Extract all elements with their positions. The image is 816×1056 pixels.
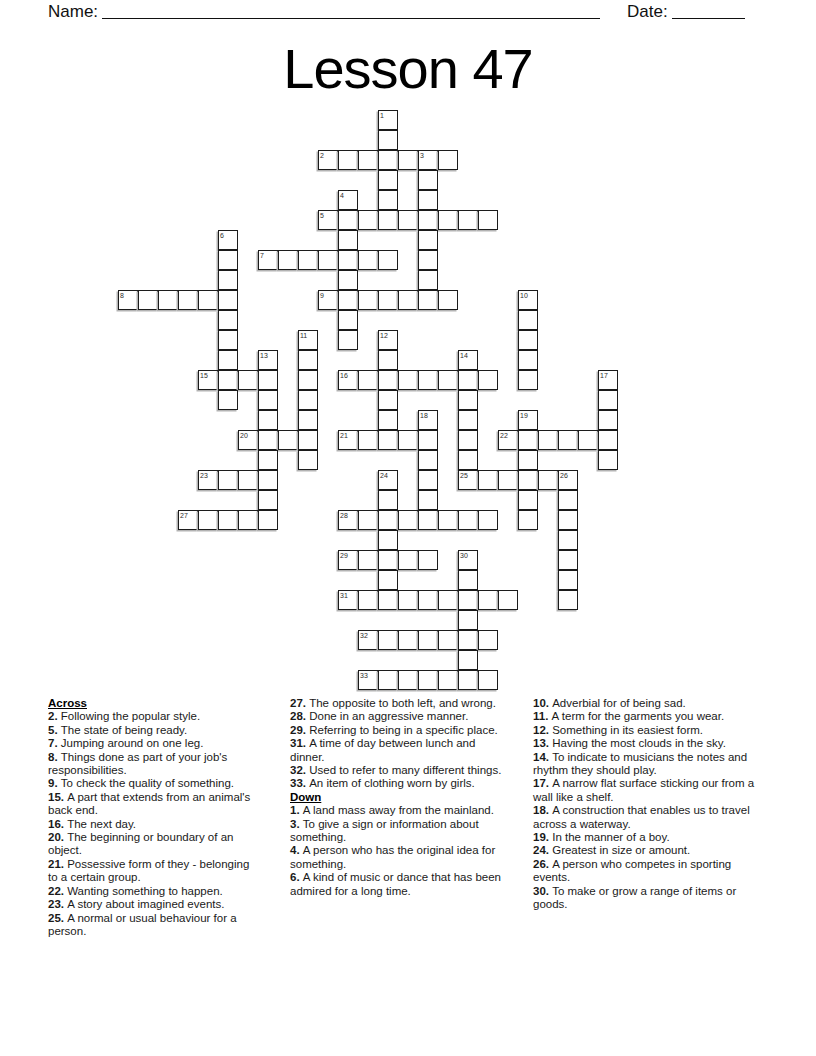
- grid-cell-r20c7[interactable]: [258, 510, 278, 530]
- grid-cell-r14c9[interactable]: [298, 390, 318, 410]
- across-clue-20: 20. The beginning or boundary of an obje…: [48, 831, 262, 858]
- grid-cell-r7c5[interactable]: [218, 250, 238, 270]
- grid-cell-r27c17[interactable]: [458, 650, 478, 670]
- grid-cell-r19c13[interactable]: [378, 490, 398, 510]
- across-clue-28: 28. Done in an aggressive manner.: [290, 710, 504, 723]
- grid-cell-r16c13[interactable]: [378, 430, 398, 450]
- across-clue-25: 25. A normal or usual behaviour for a pe…: [48, 912, 262, 939]
- grid-cell-r3c15[interactable]: [418, 170, 438, 190]
- grid-cell-r25c17[interactable]: [458, 610, 478, 630]
- across-clue-2: 2. Following the popular style.: [48, 710, 262, 723]
- grid-cell-r22c15[interactable]: [418, 550, 438, 570]
- grid-cell-r5c11[interactable]: [338, 210, 358, 230]
- date-label: Date:: [627, 2, 668, 22]
- grid-cell-r28c17[interactable]: [458, 670, 478, 690]
- grid-cell-r13c18[interactable]: [478, 370, 498, 390]
- across-clue-21: 21. Possessive form of they - belonging …: [48, 858, 262, 885]
- page-title: Lesson 47: [0, 36, 816, 101]
- grid-cell-r15c7[interactable]: [258, 410, 278, 430]
- grid-cell-r2c10[interactable]: [318, 150, 338, 170]
- grid-cell-r14c7[interactable]: [258, 390, 278, 410]
- grid-cell-r6c11[interactable]: [338, 230, 358, 250]
- down-clue-24: 24. Greatest in size or amount.: [533, 844, 765, 857]
- across-clue-29: 29. Referring to being in a specific pla…: [290, 724, 504, 737]
- grid-cell-r12c20[interactable]: [518, 350, 538, 370]
- grid-cell-r24c14[interactable]: [398, 590, 418, 610]
- grid-cell-r17c20[interactable]: [518, 450, 538, 470]
- grid-cell-r20c12[interactable]: [358, 510, 378, 530]
- grid-cell-r4c11[interactable]: [338, 190, 358, 210]
- grid-cell-r7c13[interactable]: [378, 250, 398, 270]
- grid-cell-r5c14[interactable]: [398, 210, 418, 230]
- grid-cell-r12c5[interactable]: [218, 350, 238, 370]
- grid-cell-r18c18[interactable]: [478, 470, 498, 490]
- grid-cell-r5c10[interactable]: [318, 210, 338, 230]
- grid-cell-r14c5[interactable]: [218, 390, 238, 410]
- clue-column-2: 27. The opposite to both left, and wrong…: [290, 697, 504, 898]
- grid-cell-r15c20[interactable]: [518, 410, 538, 430]
- grid-cell-r0c13[interactable]: [378, 110, 398, 130]
- grid-cell-r9c10[interactable]: [318, 290, 338, 310]
- grid-cell-r13c5[interactable]: [218, 370, 238, 390]
- across-clue-31: 31. A time of day between lunch and dinn…: [290, 737, 504, 764]
- grid-cell-r13c6[interactable]: [238, 370, 258, 390]
- grid-cell-r20c4[interactable]: [198, 510, 218, 530]
- grid-cell-r9c4[interactable]: [198, 290, 218, 310]
- grid-cell-r24c17[interactable]: [458, 590, 478, 610]
- grid-cell-r13c9[interactable]: [298, 370, 318, 390]
- down-clue-14: 14. To indicate to musicians the notes a…: [533, 751, 765, 778]
- grid-cell-r7c7[interactable]: [258, 250, 278, 270]
- grid-cell-r21c22[interactable]: [558, 530, 578, 550]
- grid-cell-r18c7[interactable]: [258, 470, 278, 490]
- grid-cell-r16c11[interactable]: [338, 430, 358, 450]
- grid-cell-r15c24[interactable]: [598, 410, 618, 430]
- grid-cell-r9c1[interactable]: [138, 290, 158, 310]
- grid-cell-r16c23[interactable]: [578, 430, 598, 450]
- grid-cell-r17c17[interactable]: [458, 450, 478, 470]
- down-clue-13: 13. Having the most clouds in the sky.: [533, 737, 765, 750]
- grid-cell-r22c13[interactable]: [378, 550, 398, 570]
- grid-cell-r24c15[interactable]: [418, 590, 438, 610]
- grid-cell-r5c13[interactable]: [378, 210, 398, 230]
- down-clue-12: 12. Something in its easiest form.: [533, 724, 765, 737]
- grid-cell-r20c14[interactable]: [398, 510, 418, 530]
- grid-cell-r8c11[interactable]: [338, 270, 358, 290]
- across-clue-33: 33. An item of clothing worn by girls.: [290, 777, 504, 790]
- grid-cell-r14c17[interactable]: [458, 390, 478, 410]
- grid-cell-r13c14[interactable]: [398, 370, 418, 390]
- grid-cell-r14c24[interactable]: [598, 390, 618, 410]
- grid-cell-r16c24[interactable]: [598, 430, 618, 450]
- grid-cell-r18c15[interactable]: [418, 470, 438, 490]
- grid-cell-r3c13[interactable]: [378, 170, 398, 190]
- grid-cell-r7c10[interactable]: [318, 250, 338, 270]
- grid-cell-r15c13[interactable]: [378, 410, 398, 430]
- grid-cell-r18c19[interactable]: [498, 470, 518, 490]
- grid-cell-r19c7[interactable]: [258, 490, 278, 510]
- grid-cell-r9c11[interactable]: [338, 290, 358, 310]
- grid-cell-r14c13[interactable]: [378, 390, 398, 410]
- grid-cell-r16c15[interactable]: [418, 430, 438, 450]
- grid-cell-r24c13[interactable]: [378, 590, 398, 610]
- grid-cell-r18c22[interactable]: [558, 470, 578, 490]
- grid-cell-r5c12[interactable]: [358, 210, 378, 230]
- grid-cell-r2c14[interactable]: [398, 150, 418, 170]
- grid-cell-r2c11[interactable]: [338, 150, 358, 170]
- grid-cell-r2c15[interactable]: [418, 150, 438, 170]
- clue-column-3: 10. Adverbial for of being sad.11. A ter…: [533, 697, 765, 912]
- grid-cell-r12c9[interactable]: [298, 350, 318, 370]
- grid-cell-r1c13[interactable]: [378, 130, 398, 150]
- grid-cell-r7c11[interactable]: [338, 250, 358, 270]
- grid-cell-r9c16[interactable]: [438, 290, 458, 310]
- grid-cell-r13c11[interactable]: [338, 370, 358, 390]
- grid-cell-r21c13[interactable]: [378, 530, 398, 550]
- grid-cell-r13c7[interactable]: [258, 370, 278, 390]
- grid-cell-r17c24[interactable]: [598, 450, 618, 470]
- grid-cell-r9c14[interactable]: [398, 290, 418, 310]
- grid-cell-r9c3[interactable]: [178, 290, 198, 310]
- grid-cell-r16c21[interactable]: [538, 430, 558, 450]
- grid-cell-r18c21[interactable]: [538, 470, 558, 490]
- grid-cell-r22c11[interactable]: [338, 550, 358, 570]
- grid-cell-r19c22[interactable]: [558, 490, 578, 510]
- grid-cell-r23c13[interactable]: [378, 570, 398, 590]
- grid-cell-r13c12[interactable]: [358, 370, 378, 390]
- grid-cell-r28c15[interactable]: [418, 670, 438, 690]
- grid-cell-r16c19[interactable]: [498, 430, 518, 450]
- down-clue-3: 3. To give a sign or information about s…: [290, 818, 504, 845]
- grid-cell-r2c16[interactable]: [438, 150, 458, 170]
- grid-cell-r24c16[interactable]: [438, 590, 458, 610]
- grid-cell-r26c15[interactable]: [418, 630, 438, 650]
- grid-cell-r23c22[interactable]: [558, 570, 578, 590]
- grid-cell-r18c6[interactable]: [238, 470, 258, 490]
- name-label: Name:: [48, 2, 98, 22]
- grid-cell-r28c16[interactable]: [438, 670, 458, 690]
- grid-cell-r20c15[interactable]: [418, 510, 438, 530]
- grid-cell-r16c17[interactable]: [458, 430, 478, 450]
- grid-cell-r7c9[interactable]: [298, 250, 318, 270]
- down-clue-18: 18. A construction that enables us to tr…: [533, 804, 765, 831]
- down-clue-1: 1. A land mass away from the mainland.: [290, 804, 504, 817]
- grid-cell-r6c5[interactable]: [218, 230, 238, 250]
- clue-column-1: Across2. Following the popular style.5. …: [48, 697, 262, 938]
- grid-cell-r26c17[interactable]: [458, 630, 478, 650]
- grid-cell-r18c20[interactable]: [518, 470, 538, 490]
- grid-cell-r11c11[interactable]: [338, 330, 358, 350]
- grid-cell-r28c14[interactable]: [398, 670, 418, 690]
- grid-cell-r24c11[interactable]: [338, 590, 358, 610]
- grid-cell-r22c14[interactable]: [398, 550, 418, 570]
- grid-cell-r11c9[interactable]: [298, 330, 318, 350]
- grid-cell-r15c9[interactable]: [298, 410, 318, 430]
- crossword-grid: 1234567891011121314151617181920212223242…: [118, 110, 618, 690]
- grid-cell-r24c19[interactable]: [498, 590, 518, 610]
- across-clue-23: 23. A story about imagined events.: [48, 898, 262, 911]
- grid-cell-r17c9[interactable]: [298, 450, 318, 470]
- down-clue-26: 26. A person who competes in sporting ev…: [533, 858, 765, 885]
- grid-cell-r6c15[interactable]: [418, 230, 438, 250]
- grid-cell-r20c20[interactable]: [518, 510, 538, 530]
- grid-cell-r22c17[interactable]: [458, 550, 478, 570]
- grid-cell-r16c6[interactable]: [238, 430, 258, 450]
- grid-cell-r20c11[interactable]: [338, 510, 358, 530]
- grid-cell-r7c15[interactable]: [418, 250, 438, 270]
- grid-cell-r4c13[interactable]: [378, 190, 398, 210]
- grid-cell-r18c17[interactable]: [458, 470, 478, 490]
- grid-cell-r24c22[interactable]: [558, 590, 578, 610]
- grid-cell-r20c16[interactable]: [438, 510, 458, 530]
- grid-cell-r20c13[interactable]: [378, 510, 398, 530]
- across-clue-32: 32. Used to refer to many different thin…: [290, 764, 504, 777]
- grid-cell-r13c20[interactable]: [518, 370, 538, 390]
- grid-cell-r22c22[interactable]: [558, 550, 578, 570]
- grid-cell-r5c18[interactable]: [478, 210, 498, 230]
- grid-cell-r11c20[interactable]: [518, 330, 538, 350]
- across-clue-7: 7. Jumping around on one leg.: [48, 737, 262, 750]
- down-clue-4: 4. A person who has the original idea fo…: [290, 844, 504, 871]
- down-section-header: Down: [290, 791, 504, 804]
- grid-cell-r7c8[interactable]: [278, 250, 298, 270]
- grid-cell-r17c7[interactable]: [258, 450, 278, 470]
- across-clue-5: 5. The state of being ready.: [48, 724, 262, 737]
- grid-cell-r16c9[interactable]: [298, 430, 318, 450]
- down-clue-19: 19. In the manner of a boy.: [533, 831, 765, 844]
- grid-cell-r13c16[interactable]: [438, 370, 458, 390]
- grid-cell-r16c20[interactable]: [518, 430, 538, 450]
- grid-cell-r23c17[interactable]: [458, 570, 478, 590]
- grid-cell-r13c15[interactable]: [418, 370, 438, 390]
- grid-cell-r26c12[interactable]: [358, 630, 378, 650]
- grid-cell-r28c12[interactable]: [358, 670, 378, 690]
- grid-cell-r7c12[interactable]: [358, 250, 378, 270]
- grid-cell-r5c15[interactable]: [418, 210, 438, 230]
- grid-cell-r20c5[interactable]: [218, 510, 238, 530]
- grid-cell-r26c18[interactable]: [478, 630, 498, 650]
- grid-cell-r4c15[interactable]: [418, 190, 438, 210]
- grid-cell-r18c4[interactable]: [198, 470, 218, 490]
- grid-cell-r20c18[interactable]: [478, 510, 498, 530]
- across-clue-16: 16. The next day.: [48, 818, 262, 831]
- grid-cell-r2c13[interactable]: [378, 150, 398, 170]
- grid-cell-r26c16[interactable]: [438, 630, 458, 650]
- grid-cell-r13c17[interactable]: [458, 370, 478, 390]
- grid-cell-r12c13[interactable]: [378, 350, 398, 370]
- grid-cell-r19c20[interactable]: [518, 490, 538, 510]
- grid-cell-r20c6[interactable]: [238, 510, 258, 530]
- grid-cell-r9c13[interactable]: [378, 290, 398, 310]
- grid-cell-r5c16[interactable]: [438, 210, 458, 230]
- grid-cell-r8c15[interactable]: [418, 270, 438, 290]
- grid-cell-r12c17[interactable]: [458, 350, 478, 370]
- grid-cell-r10c20[interactable]: [518, 310, 538, 330]
- down-clue-6: 6. A kind of music or dance that has bee…: [290, 871, 504, 898]
- grid-cell-r13c24[interactable]: [598, 370, 618, 390]
- down-clue-17: 17. A narrow flat surface sticking our f…: [533, 777, 765, 804]
- grid-cell-r26c13[interactable]: [378, 630, 398, 650]
- grid-cell-r16c22[interactable]: [558, 430, 578, 450]
- down-clue-30: 30. To make or grow a range of items or …: [533, 885, 765, 912]
- grid-cell-r22c12[interactable]: [358, 550, 378, 570]
- grid-cell-r24c12[interactable]: [358, 590, 378, 610]
- grid-cell-r28c18[interactable]: [478, 670, 498, 690]
- grid-cell-r15c17[interactable]: [458, 410, 478, 430]
- grid-cell-r16c12[interactable]: [358, 430, 378, 450]
- grid-cell-r28c13[interactable]: [378, 670, 398, 690]
- across-clue-15: 15. A part that extends from an animal's…: [48, 791, 262, 818]
- grid-cell-r18c5[interactable]: [218, 470, 238, 490]
- grid-cell-r16c7[interactable]: [258, 430, 278, 450]
- grid-cell-r12c7[interactable]: [258, 350, 278, 370]
- grid-cell-r16c14[interactable]: [398, 430, 418, 450]
- grid-cell-r8c5[interactable]: [218, 270, 238, 290]
- grid-cell-r11c13[interactable]: [378, 330, 398, 350]
- grid-cell-r20c22[interactable]: [558, 510, 578, 530]
- grid-cell-r9c0[interactable]: [118, 290, 138, 310]
- grid-cell-r16c8[interactable]: [278, 430, 298, 450]
- crossword-worksheet: Name: Date: Lesson 47 123456789101112131…: [0, 0, 816, 1056]
- grid-cell-r17c15[interactable]: [418, 450, 438, 470]
- grid-cell-r9c20[interactable]: [518, 290, 538, 310]
- grid-cell-r20c3[interactable]: [178, 510, 198, 530]
- grid-cell-r19c15[interactable]: [418, 490, 438, 510]
- grid-cell-r26c14[interactable]: [398, 630, 418, 650]
- across-clue-8: 8. Things done as part of your job's res…: [48, 751, 262, 778]
- grid-cell-r9c5[interactable]: [218, 290, 238, 310]
- grid-cell-r20c17[interactable]: [458, 510, 478, 530]
- grid-cell-r5c17[interactable]: [458, 210, 478, 230]
- grid-cell-r15c15[interactable]: [418, 410, 438, 430]
- grid-cell-r2c12[interactable]: [358, 150, 378, 170]
- across-clue-22: 22. Wanting something to happen.: [48, 885, 262, 898]
- across-clue-9: 9. To check the quality of something.: [48, 777, 262, 790]
- across-section-header: Across: [48, 697, 262, 710]
- down-clue-11: 11. A term for the garments you wear.: [533, 710, 765, 723]
- grid-cell-r18c13[interactable]: [378, 470, 398, 490]
- grid-cell-r9c15[interactable]: [418, 290, 438, 310]
- date-input-line[interactable]: [672, 1, 745, 19]
- name-input-line[interactable]: [102, 1, 600, 19]
- grid-cell-r24c18[interactable]: [478, 590, 498, 610]
- grid-cell-r13c4[interactable]: [198, 370, 218, 390]
- down-clue-10: 10. Adverbial for of being sad.: [533, 697, 765, 710]
- grid-cell-r9c2[interactable]: [158, 290, 178, 310]
- grid-cell-r9c12[interactable]: [358, 290, 378, 310]
- grid-cell-r13c13[interactable]: [378, 370, 398, 390]
- grid-cell-r10c5[interactable]: [218, 310, 238, 330]
- grid-cell-r10c11[interactable]: [338, 310, 358, 330]
- grid-cell-r11c5[interactable]: [218, 330, 238, 350]
- across-clue-27: 27. The opposite to both left, and wrong…: [290, 697, 504, 710]
